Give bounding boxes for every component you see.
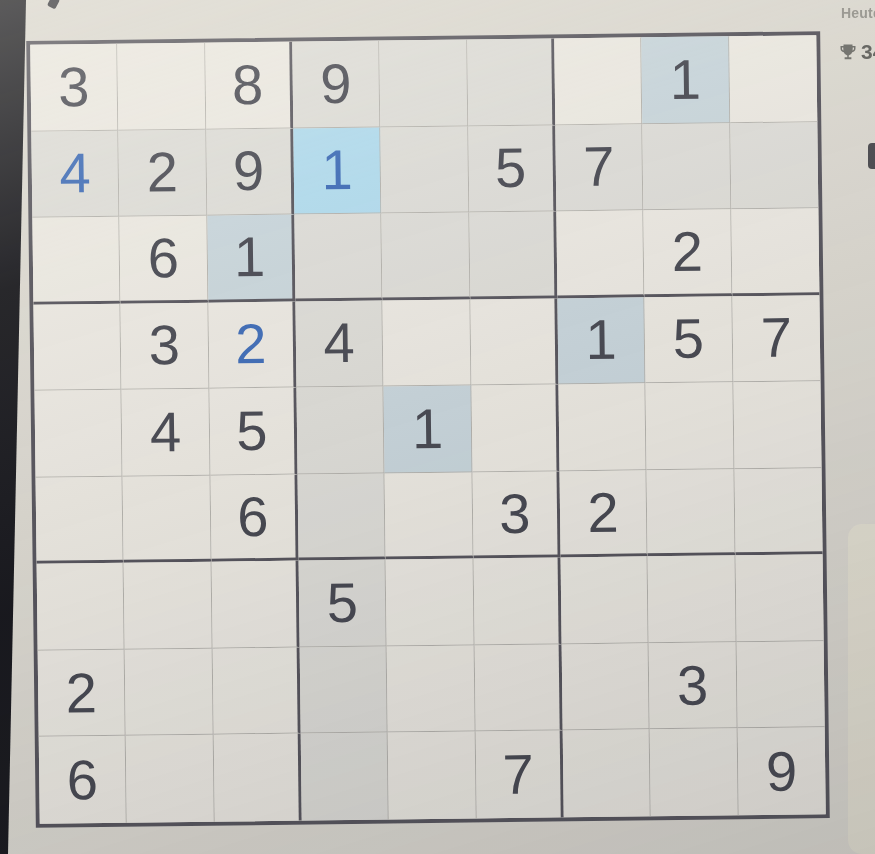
cell-r4c3[interactable]: 2 [208,301,296,389]
cell-r3c6[interactable] [469,212,557,300]
screenshot-stage: 3891429157612324157451632523679 Heute 34 [0,0,875,854]
cell-r4c2[interactable]: 3 [121,302,209,390]
cell-r9c3[interactable] [213,734,301,822]
cell-r4c4[interactable]: 4 [295,300,383,388]
cell-r5c1[interactable] [35,390,123,478]
photo-edge-mark [47,0,60,9]
cell-r9c9[interactable]: 9 [737,728,825,816]
cell-r2c9[interactable] [730,122,818,210]
trophy-score: 34 [839,40,875,64]
cell-r8c8[interactable]: 3 [649,642,737,730]
cell-r2c3[interactable]: 9 [206,128,294,216]
cell-r9c2[interactable] [126,735,214,823]
cell-r7c6[interactable] [473,558,561,646]
cell-r4c1[interactable] [33,303,121,391]
cell-r9c1[interactable]: 6 [39,736,127,824]
cell-r2c4[interactable]: 1 [293,127,381,215]
cell-r9c4[interactable] [301,733,389,821]
cell-r7c3[interactable] [211,561,299,649]
cell-r1c2[interactable] [118,43,206,131]
cell-r3c9[interactable] [731,208,819,296]
cell-r9c8[interactable] [650,729,738,817]
cell-r3c2[interactable]: 6 [120,216,208,304]
cell-r5c5[interactable]: 1 [384,386,472,474]
cell-r7c8[interactable] [648,556,736,644]
cell-r4c6[interactable] [470,298,558,386]
cell-r2c2[interactable]: 2 [119,129,207,217]
cell-r4c8[interactable]: 5 [645,296,733,384]
cell-r1c6[interactable] [467,38,555,126]
cell-r1c8[interactable]: 1 [642,36,730,124]
cell-r8c7[interactable] [562,643,650,731]
cell-r8c9[interactable] [736,641,824,729]
cell-r2c7[interactable]: 7 [555,124,643,212]
cell-r8c3[interactable] [212,647,300,735]
cell-r2c1[interactable]: 4 [31,130,119,218]
cell-r6c4[interactable] [298,473,386,561]
trophy-icon [839,43,857,61]
cell-r5c8[interactable] [646,382,734,470]
cell-r2c6[interactable]: 5 [468,125,556,213]
cell-r7c7[interactable] [561,557,649,645]
cell-r6c3[interactable]: 6 [210,474,298,562]
cell-r6c8[interactable] [647,469,735,557]
cell-r6c5[interactable] [385,472,473,560]
cell-r7c1[interactable] [37,563,125,651]
cell-r6c7[interactable]: 2 [560,470,648,558]
cell-r7c9[interactable] [735,555,823,643]
cell-r2c8[interactable] [643,123,731,211]
cell-r4c7[interactable]: 1 [557,297,645,385]
cell-r8c2[interactable] [125,649,213,737]
cell-r5c6[interactable] [471,385,559,473]
cell-r5c3[interactable]: 5 [209,388,297,476]
cell-r1c4[interactable]: 9 [292,41,380,129]
sudoku-board: 3891429157612324157451632523679 [26,31,830,828]
cell-r1c5[interactable] [380,39,468,127]
cell-r9c6[interactable]: 7 [475,731,563,819]
cell-r1c7[interactable] [554,37,642,125]
cell-r5c7[interactable] [558,384,646,472]
daily-challenge-label: Heute [841,5,875,21]
cell-r2c5[interactable] [381,126,469,214]
cell-r1c1[interactable]: 3 [30,44,118,132]
cell-r1c3[interactable]: 8 [205,42,293,130]
cell-r8c5[interactable] [387,645,475,733]
cell-r3c1[interactable] [32,217,120,305]
cell-r3c5[interactable] [382,213,470,301]
cell-r9c7[interactable] [563,730,651,818]
cell-r8c4[interactable] [300,646,388,734]
cell-r4c5[interactable] [383,299,471,387]
cell-r7c5[interactable] [386,559,474,647]
trophy-count: 34 [861,40,875,64]
cell-r3c4[interactable] [294,214,382,302]
cell-r5c2[interactable]: 4 [122,389,210,477]
cell-r6c2[interactable] [123,475,211,563]
cell-r1c9[interactable] [729,35,817,123]
cell-r6c6[interactable]: 3 [472,471,560,559]
cell-r7c4[interactable]: 5 [299,560,387,648]
cell-r7c2[interactable] [124,562,212,650]
photo-dark-edge [0,0,30,854]
edge-notch [868,143,875,169]
cell-r3c7[interactable] [556,210,644,298]
cell-r6c1[interactable] [36,476,124,564]
cell-r5c9[interactable] [733,381,821,469]
cell-r4c9[interactable]: 7 [732,295,820,383]
cell-r8c1[interactable]: 2 [38,650,126,738]
cell-r5c4[interactable] [296,387,384,475]
side-panel-shape [848,524,875,854]
cell-r8c6[interactable] [474,644,562,732]
cell-r3c8[interactable]: 2 [644,209,732,297]
cell-r3c3[interactable]: 1 [207,215,295,303]
cell-r6c9[interactable] [734,468,822,556]
cell-r9c5[interactable] [388,732,476,820]
